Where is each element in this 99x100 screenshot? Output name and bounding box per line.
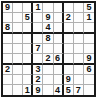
sudoku-cell-r2c8[interactable] — [74, 13, 84, 23]
sudoku-cell-r7c3[interactable] — [23, 65, 33, 75]
sudoku-cell-r3c3[interactable] — [23, 23, 33, 34]
sudoku-cell-r8c8[interactable] — [74, 75, 84, 85]
sudoku-cell-r9c6[interactable]: 4 — [54, 85, 64, 95]
sudoku-cell-r1c4[interactable]: 1 — [33, 3, 43, 13]
sudoku-cell-r3c8[interactable] — [74, 23, 84, 34]
sudoku-cell-r8c9[interactable] — [84, 75, 94, 85]
sudoku-cell-r8c2[interactable] — [13, 75, 23, 85]
sudoku-cell-r9c2[interactable] — [13, 85, 23, 95]
sudoku-cell-r5c4[interactable]: 7 — [33, 44, 43, 54]
sudoku-cell-r7c8[interactable] — [74, 65, 84, 75]
sudoku-cell-r4c1[interactable] — [3, 34, 13, 44]
sudoku-cell-r4c9[interactable] — [84, 34, 94, 44]
sudoku-board: 915592184872692362919457 — [1, 1, 96, 97]
sudoku-cell-r7c5[interactable] — [43, 65, 53, 75]
sudoku-cell-r3c4[interactable] — [33, 23, 43, 34]
sudoku-cell-r9c8[interactable]: 7 — [74, 85, 84, 95]
sudoku-cell-r6c8[interactable] — [74, 54, 84, 65]
sudoku-cell-r4c3[interactable] — [23, 34, 33, 44]
sudoku-cell-r9c3[interactable]: 1 — [23, 85, 33, 95]
sudoku-cell-r1c2[interactable] — [13, 3, 23, 13]
sudoku-cell-r8c3[interactable] — [23, 75, 33, 85]
sudoku-cell-r2c7[interactable]: 2 — [64, 13, 74, 23]
sudoku-cell-r7c6[interactable] — [54, 65, 64, 75]
sudoku-cell-r5c7[interactable] — [64, 44, 74, 54]
sudoku-cell-r8c6[interactable] — [54, 75, 64, 85]
sudoku-cell-r6c2[interactable] — [13, 54, 23, 65]
sudoku-cell-r1c1[interactable]: 9 — [3, 3, 13, 13]
sudoku-cell-r4c5[interactable]: 8 — [43, 34, 53, 44]
sudoku-cell-r8c4[interactable]: 2 — [33, 75, 43, 85]
sudoku-cell-r6c5[interactable]: 2 — [43, 54, 53, 65]
sudoku-cell-r7c2[interactable] — [13, 65, 23, 75]
sudoku-cell-r3c2[interactable] — [13, 23, 23, 34]
sudoku-cell-r2c6[interactable] — [54, 13, 64, 23]
sudoku-cell-r2c9[interactable]: 1 — [84, 13, 94, 23]
sudoku-cell-r2c2[interactable] — [13, 13, 23, 23]
sudoku-cell-r4c7[interactable] — [64, 34, 74, 44]
sudoku-cell-r8c1[interactable] — [3, 75, 13, 85]
sudoku-cell-r3c1[interactable]: 8 — [3, 23, 13, 34]
sudoku-cell-r6c7[interactable] — [64, 54, 74, 65]
sudoku-cell-r8c7[interactable]: 9 — [64, 75, 74, 85]
sudoku-cell-r4c6[interactable] — [54, 34, 64, 44]
sudoku-cell-r2c3[interactable]: 5 — [23, 13, 33, 23]
sudoku-cell-r6c3[interactable] — [23, 54, 33, 65]
sudoku-cell-r9c5[interactable] — [43, 85, 53, 95]
sudoku-cell-r6c6[interactable]: 6 — [54, 54, 64, 65]
sudoku-cell-r2c4[interactable] — [33, 13, 43, 23]
sudoku-cell-r1c8[interactable] — [74, 3, 84, 13]
sudoku-cell-r8c5[interactable] — [43, 75, 53, 85]
sudoku-cell-r4c2[interactable] — [13, 34, 23, 44]
sudoku-cell-r9c4[interactable]: 9 — [33, 85, 43, 95]
sudoku-cell-r9c9[interactable] — [84, 85, 94, 95]
sudoku-cell-r5c1[interactable] — [3, 44, 13, 54]
sudoku-cell-r7c9[interactable]: 6 — [84, 65, 94, 75]
sudoku-cell-r3c9[interactable] — [84, 23, 94, 34]
sudoku-cell-r9c7[interactable]: 5 — [64, 85, 74, 95]
sudoku-cell-r5c2[interactable] — [13, 44, 23, 54]
sudoku-cell-r5c3[interactable] — [23, 44, 33, 54]
sudoku-cell-r7c1[interactable]: 2 — [3, 65, 13, 75]
sudoku-cell-r3c7[interactable] — [64, 23, 74, 34]
sudoku-cell-r3c6[interactable] — [54, 23, 64, 34]
sudoku-cell-r4c8[interactable] — [74, 34, 84, 44]
sudoku-cell-r5c8[interactable] — [74, 44, 84, 54]
sudoku-cell-r1c6[interactable] — [54, 3, 64, 13]
sudoku-cell-r9c1[interactable] — [3, 85, 13, 95]
